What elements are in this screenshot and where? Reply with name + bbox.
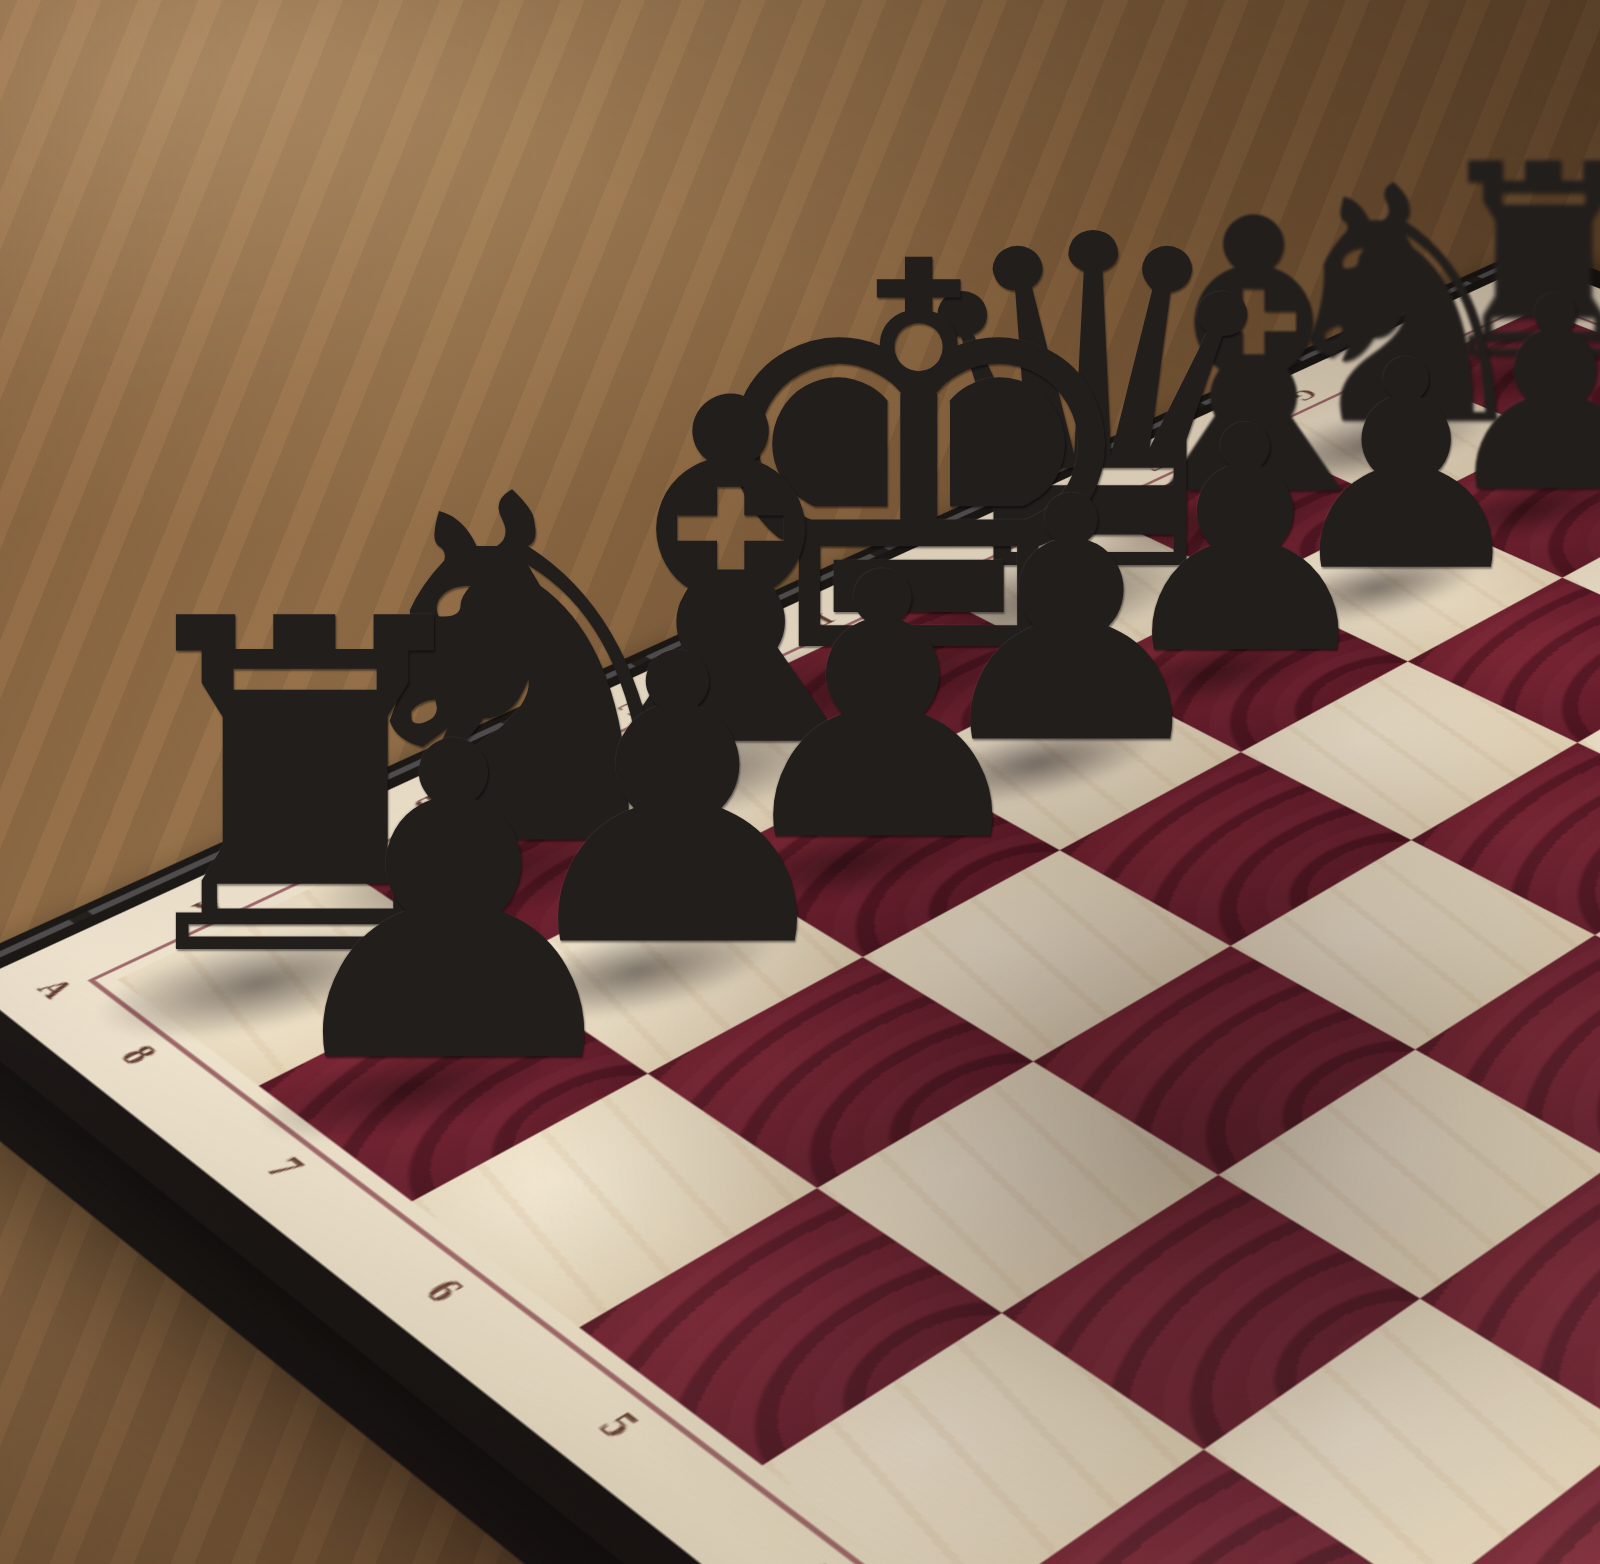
pieces-layer: ♜♞♝♚♛♝♞♜♟♟♟♟♟♟♟♟	[0, 0, 1600, 1564]
piece-black-pawn-a7[interactable]: ♟	[258, 687, 649, 1123]
scene: A87654321ABCDEFGH ♜♞♝♚♛♝♞♜♟♟♟♟♟♟♟♟	[0, 0, 1600, 1564]
